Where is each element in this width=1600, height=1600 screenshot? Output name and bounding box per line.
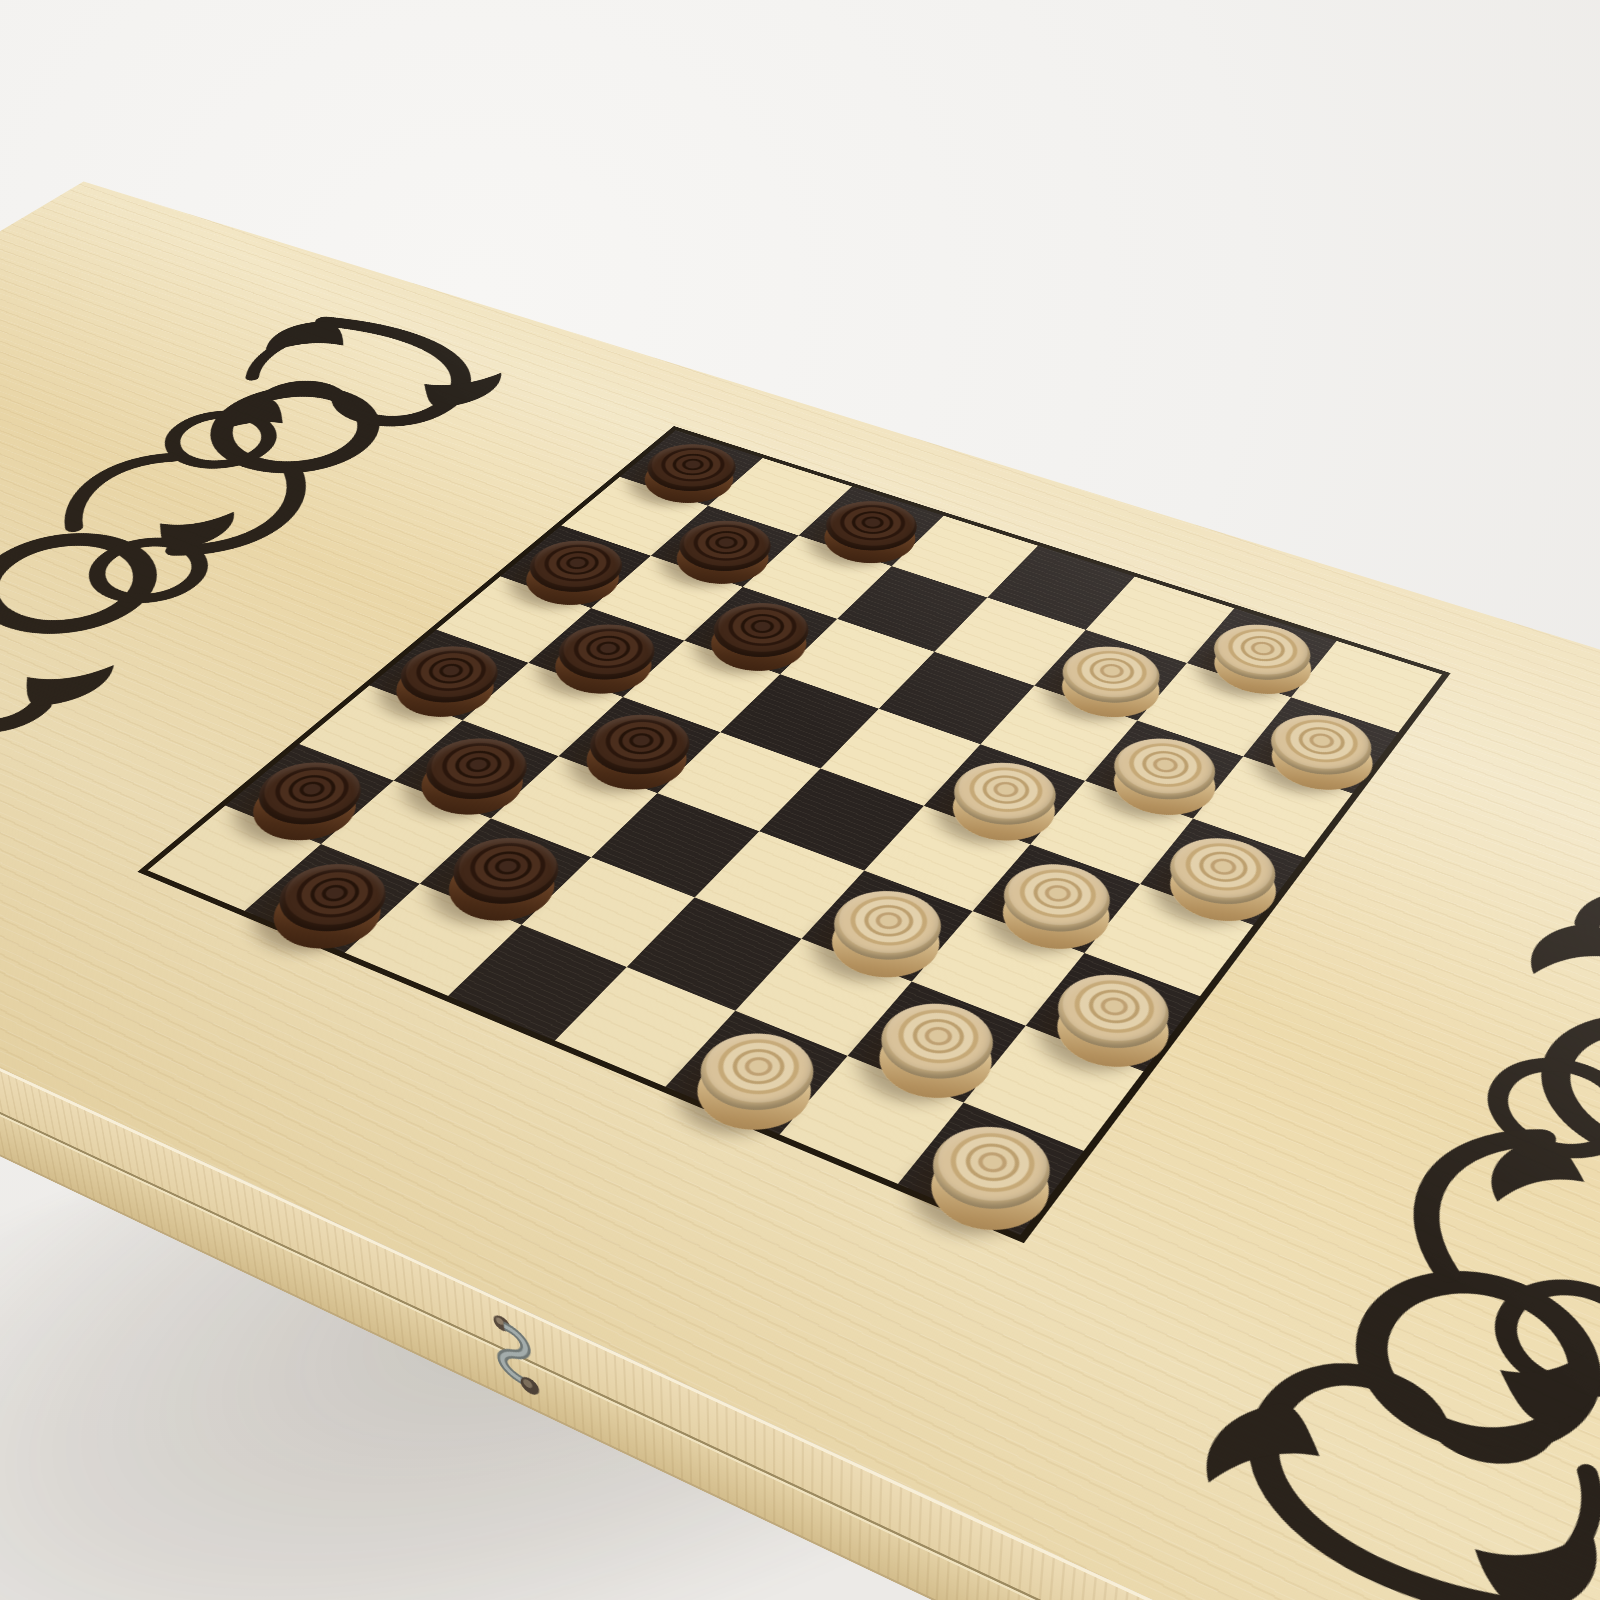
square-r6c4[interactable]: [627, 897, 802, 1010]
square-r5c5[interactable]: [802, 871, 973, 982]
arabesque-ornament-right: [1134, 844, 1600, 1600]
square-r5c4[interactable]: [695, 831, 865, 939]
square-r3c7[interactable]: [1140, 819, 1304, 925]
light-checker[interactable]: [1153, 826, 1292, 916]
square-r7c7[interactable]: [898, 1103, 1084, 1235]
square-r6c7[interactable]: [964, 1026, 1144, 1151]
square-r5c7[interactable]: [1026, 953, 1200, 1071]
square-r4c6[interactable]: [973, 844, 1141, 953]
square-r7c2[interactable]: [345, 884, 522, 996]
checkerboard: [137, 426, 1450, 1243]
light-checker[interactable]: [985, 852, 1127, 944]
dark-checker[interactable]: [258, 852, 407, 944]
light-checker[interactable]: [814, 879, 959, 973]
square-r5c6[interactable]: [912, 911, 1085, 1026]
light-checker[interactable]: [912, 1112, 1070, 1225]
square-r7c3[interactable]: [448, 925, 627, 1041]
square-r7c4[interactable]: [555, 967, 735, 1087]
square-r6c3[interactable]: [522, 857, 695, 967]
light-checker[interactable]: [679, 1020, 834, 1125]
photo-scene: [0, 0, 1600, 1600]
square-r6c6[interactable]: [848, 982, 1026, 1103]
square-r7c6[interactable]: [780, 1056, 964, 1184]
square-r4c5[interactable]: [864, 806, 1030, 911]
square-r7c1[interactable]: [245, 844, 420, 953]
light-checker[interactable]: [1039, 962, 1187, 1063]
square-r7c5[interactable]: [665, 1011, 847, 1135]
square-r6c5[interactable]: [735, 939, 911, 1056]
light-checker[interactable]: [861, 990, 1012, 1093]
square-r6c2[interactable]: [420, 818, 591, 924]
square-r7c0[interactable]: [148, 806, 321, 911]
square-r4c7[interactable]: [1084, 884, 1253, 996]
dark-checker[interactable]: [433, 826, 579, 916]
